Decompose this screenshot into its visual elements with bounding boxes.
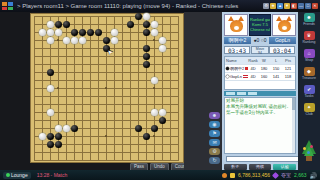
white-stone: [79, 37, 86, 44]
chat-tab-bar[interactable]: [224, 91, 296, 96]
game-rules-box: Ranked game Komi 7.5 Chinese rules: [249, 14, 271, 36]
rail-item-shop[interactable]: ⌂Shop: [298, 49, 320, 66]
black-stone: [143, 53, 150, 60]
shop-icon: ⌂: [304, 49, 315, 58]
star-point: [153, 87, 155, 89]
white-stone: [55, 125, 62, 132]
black-stone: [143, 133, 150, 140]
black-stone: [143, 61, 150, 68]
black-stone: [47, 141, 54, 148]
black-stone: [151, 125, 158, 132]
black-stone: [135, 13, 142, 20]
white-stone: [151, 109, 158, 116]
black-stone: [127, 21, 134, 28]
window-controls: ⚙★▲▼◧—□✕: [263, 3, 318, 9]
club-icon: ✦: [304, 103, 315, 112]
black-stone: [135, 125, 142, 132]
black-stone: [71, 29, 78, 36]
game-info-panel: Ranked game Komi 7.5 Chinese rules 啊啊中2 …: [222, 12, 298, 170]
move-counter: Move 94: [251, 46, 269, 54]
star-point: [57, 87, 59, 89]
black-stone-icon: [226, 67, 229, 70]
coin-icon: [230, 173, 235, 178]
black-stone: [47, 69, 54, 76]
info-line: Komi 7.5: [250, 23, 270, 27]
treasure-icon: ◆: [304, 67, 315, 76]
white-stone: [55, 29, 62, 36]
table-header: NameRankWLPts: [225, 57, 295, 65]
fox-avatar-icon: [273, 15, 295, 35]
match-status: 13:28 - Match: [37, 172, 68, 178]
black-stone: [95, 29, 102, 36]
black-timer: 03:43: [224, 46, 250, 54]
white-player-name: GopLn: [269, 37, 296, 44]
title-bar: > Players room11 > Game room 11110: play…: [0, 0, 320, 12]
black-stone: [143, 45, 150, 52]
black-stone: [87, 29, 94, 36]
window-control-icon[interactable]: ⚙: [263, 3, 269, 9]
white-stone: [159, 37, 166, 44]
ranking-icon: ♛: [304, 31, 315, 40]
white-stone: [47, 37, 54, 44]
black-player-name: 啊啊中2: [224, 37, 251, 44]
chat-log[interactable]: 对局开始本局为升降级对局W, 请勿超时。第一手请在3分钟内落子。: [224, 97, 296, 154]
white-stone: [111, 37, 118, 44]
white-stone: [63, 125, 70, 132]
rail-item-tasks[interactable]: ✔Tasks: [298, 85, 320, 102]
black-stone: [55, 141, 62, 148]
capture-counts: ●0 ○0: [252, 37, 268, 44]
tasks-icon: ✔: [304, 85, 315, 94]
treasure-label[interactable]: 夺宝: [281, 172, 291, 178]
black-stone: [143, 29, 150, 36]
white-stone-icon: [226, 75, 229, 78]
player-row[interactable]: GopLn4D160141118: [225, 73, 295, 81]
friends-icon: ☻: [304, 13, 315, 22]
refresh-icon[interactable]: ↻: [209, 157, 220, 164]
lounge-button[interactable]: Lounge: [3, 172, 31, 179]
white-player-avatar[interactable]: [272, 14, 296, 36]
coin-balance: 6,786,313,456: [238, 172, 270, 178]
white-stone: [143, 13, 150, 20]
window-control-icon[interactable]: —: [298, 3, 304, 9]
window-control-icon[interactable]: ▲: [277, 3, 283, 9]
rail-item-treasure[interactable]: ◆Treasure: [298, 67, 320, 84]
go-board[interactable]: ➤: [30, 13, 184, 163]
info-line: Chinese rules: [250, 28, 270, 32]
white-stone: [151, 29, 158, 36]
black-stone: [47, 133, 54, 140]
rail-item-club[interactable]: ✦Club: [298, 103, 320, 120]
black-player-avatar[interactable]: [224, 14, 248, 36]
window-control-icon[interactable]: ✕: [312, 3, 318, 9]
window-control-icon[interactable]: ◧: [291, 3, 297, 9]
money-tree-icon[interactable]: [300, 140, 318, 164]
white-stone: [39, 133, 46, 140]
star-point: [105, 135, 107, 137]
star-point: [57, 39, 59, 41]
black-stone: [143, 21, 150, 28]
black-stone: [55, 21, 62, 28]
window-title: > Players room11 > Game room 11110: play…: [17, 3, 263, 9]
speaker-icon[interactable]: 🔊: [310, 172, 318, 179]
black-stone: [103, 37, 110, 44]
white-stone: [39, 29, 46, 36]
app-logo-icon: [2, 2, 13, 10]
white-stone: [63, 37, 70, 44]
black-stone: [159, 117, 166, 124]
window-control-icon[interactable]: ★: [270, 3, 276, 9]
online-count: 2,663: [294, 172, 307, 178]
black-stone: [71, 125, 78, 132]
chat-scrollbar[interactable]: [292, 98, 295, 153]
lounge-icon: [6, 173, 10, 177]
white-stone: [159, 109, 166, 116]
white-stone: [47, 85, 54, 92]
sidebar-rail: ☻Friends♛Ranking⌂Shop◆Treasure✔Tasks✦Clu…: [298, 12, 320, 170]
status-bar: Lounge 13:28 - Match 6,786,313,456 夺宝 2,…: [0, 170, 320, 180]
white-stone: [47, 109, 54, 116]
flag-icon[interactable]: ⚑: [209, 130, 220, 137]
white-stone: [151, 77, 158, 84]
window-control-icon[interactable]: □: [305, 3, 311, 9]
white-stone: [159, 45, 166, 52]
star-point: [105, 87, 107, 89]
rail-item-friends[interactable]: ☻Friends: [298, 13, 320, 30]
white-timer: 03:04: [269, 46, 295, 54]
white-stone: [47, 21, 54, 28]
mail-icon[interactable]: ✉: [209, 139, 220, 146]
go-client-window: > Players room11 > Game room 11110: play…: [0, 0, 320, 180]
rail-item-ranking[interactable]: ♛Ranking: [298, 31, 320, 48]
black-stone: [79, 29, 86, 36]
info-line: Ranked game: [250, 18, 270, 22]
user-icon[interactable]: ☻: [209, 112, 220, 119]
white-stone: [47, 29, 54, 36]
white-stone: [71, 37, 78, 44]
star-point: [153, 135, 155, 137]
window-control-icon[interactable]: ▼: [284, 3, 290, 9]
eye-icon[interactable]: ◉: [209, 121, 220, 128]
white-stone: [111, 29, 118, 36]
player-stats-table: NameRankWLPts啊啊中24D180150121GopLn4D16014…: [224, 56, 296, 90]
black-stone: [55, 133, 62, 140]
side-toolbar: ☻◉⚑✉⚙↻: [209, 112, 221, 164]
gem-icon[interactable]: [272, 171, 279, 178]
black-stone: [63, 21, 70, 28]
gear-icon[interactable]: ⚙: [209, 148, 220, 155]
white-stone: [151, 21, 158, 28]
fox-avatar-icon: [225, 15, 247, 35]
player-row[interactable]: 啊啊中24D180150121: [225, 65, 295, 73]
star-point: [153, 39, 155, 41]
chat-message: 第一手请在3分钟内落子。: [225, 110, 295, 116]
notification-icon[interactable]: [222, 173, 227, 178]
chat-input-row: 发送: [224, 155, 296, 162]
